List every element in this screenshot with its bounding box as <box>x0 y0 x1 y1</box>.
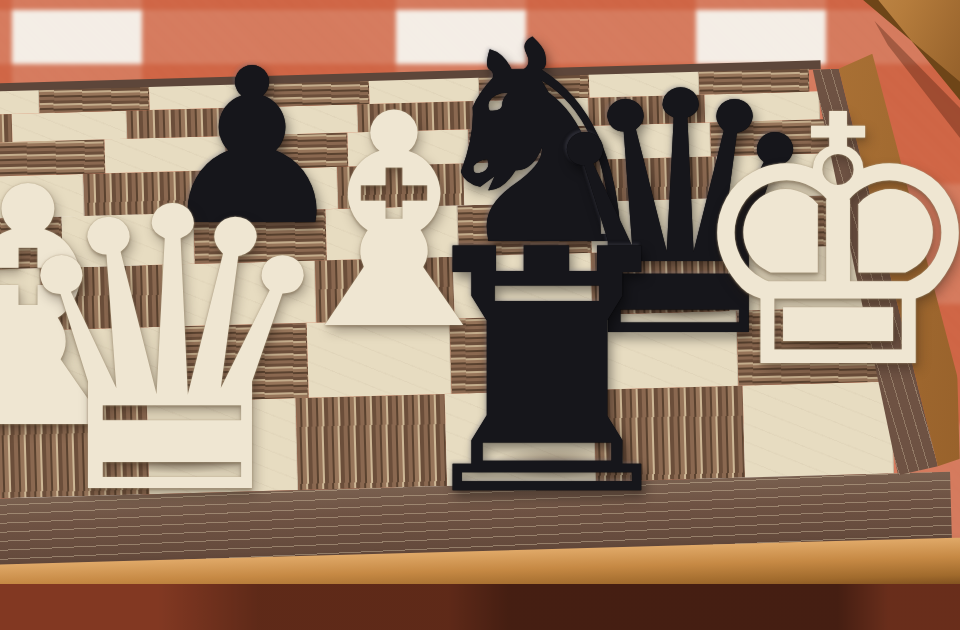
pieces-layer: ♟♞♝♛♚♝♛♜ <box>0 0 960 630</box>
piece-white-king-h2[interactable]: ♚ <box>683 71 960 416</box>
photo-scene: ♟♞♝♛♚♝♛♜ <box>0 0 960 630</box>
piece-black-rook-f1[interactable]: ♜ <box>397 207 697 542</box>
piece-white-queen-d1[interactable]: ♛ <box>0 158 347 548</box>
